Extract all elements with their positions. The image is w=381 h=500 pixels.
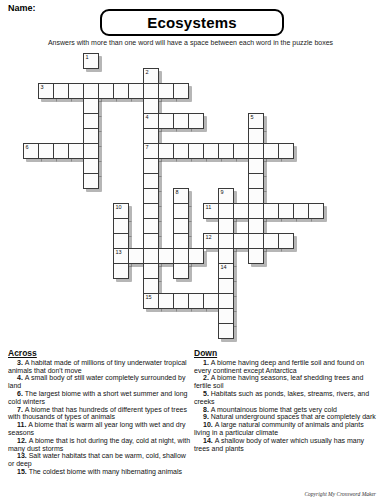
grid-cell[interactable]	[248, 233, 264, 249]
across-heading: Across	[8, 350, 192, 358]
grid-cell[interactable]	[248, 218, 264, 234]
grid-cell[interactable]	[248, 173, 264, 189]
clue-down-1: 1. A biome having deep and fertile soil …	[194, 359, 378, 375]
clue-across-3: 3. A habitat made of millions of tiny un…	[8, 359, 192, 375]
grid-cell[interactable]	[218, 143, 234, 159]
grid-cell[interactable]	[143, 188, 159, 204]
grid-cell[interactable]	[218, 308, 234, 324]
crossword-grid: 123456789101112131415	[23, 53, 325, 340]
grid-cell[interactable]	[158, 248, 174, 264]
grid-cell[interactable]	[278, 203, 294, 219]
grid-cell[interactable]: 8	[173, 188, 189, 204]
grid-cell[interactable]	[218, 218, 234, 234]
grid-cell[interactable]: 10	[113, 203, 129, 219]
grid-cell[interactable]	[203, 143, 219, 159]
grid-cell[interactable]	[218, 233, 234, 249]
grid-cell[interactable]	[173, 218, 189, 234]
grid-cell[interactable]	[173, 248, 189, 264]
grid-cell[interactable]	[248, 248, 264, 264]
grid-cell[interactable]	[128, 83, 144, 99]
grid-cell[interactable]: 7	[143, 143, 159, 159]
down-clues: Down 1. A biome having deep and fertile …	[194, 350, 378, 452]
grid-cell[interactable]	[128, 248, 144, 264]
grid-cell[interactable]	[278, 233, 294, 249]
page-title: Ecosystems	[147, 14, 237, 31]
copyright-text: Copyright My Crossword Maker	[304, 491, 376, 497]
grid-cell[interactable]	[188, 293, 204, 309]
grid-cell[interactable]	[143, 233, 159, 249]
grid-cell[interactable]	[143, 83, 159, 99]
grid-cell[interactable]: 9	[218, 188, 234, 204]
grid-cell[interactable]	[233, 233, 249, 249]
grid-cell[interactable]	[248, 128, 264, 144]
grid-cell[interactable]: 2	[143, 68, 159, 84]
grid-cell[interactable]	[188, 113, 204, 129]
clue-down-9: 9. Natural underground spaces that are c…	[194, 413, 378, 421]
grid-cell[interactable]	[113, 83, 129, 99]
grid-cell[interactable]	[143, 278, 159, 294]
grid-cell[interactable]	[53, 83, 69, 99]
grid-cell[interactable]: 14	[218, 263, 234, 279]
grid-cell[interactable]	[68, 143, 84, 159]
clue-across-15: 15. The coldest biome with many hibernat…	[8, 468, 192, 476]
grid-cell[interactable]: 4	[143, 113, 159, 129]
grid-cell[interactable]	[113, 263, 129, 279]
grid-cell[interactable]	[143, 203, 159, 219]
grid-cell[interactable]	[233, 143, 249, 159]
clue-number: 5	[251, 115, 254, 121]
clue-down-10: 10. A large natural community of animals…	[194, 421, 378, 437]
grid-cell[interactable]	[173, 143, 189, 159]
clue-number: 14	[221, 265, 227, 271]
clue-number: 12	[206, 235, 212, 241]
grid-cell[interactable]	[248, 143, 264, 159]
grid-cell[interactable]	[143, 128, 159, 144]
grid-cell[interactable]	[143, 248, 159, 264]
clue-across-7: 7. A biome that has hundreds of differen…	[8, 406, 192, 422]
grid-cell[interactable]	[218, 203, 234, 219]
grid-cell[interactable]	[158, 113, 174, 129]
grid-cell[interactable]	[53, 143, 69, 159]
clue-number: 7	[146, 145, 149, 151]
clue-number: 4	[146, 115, 149, 121]
grid-cell[interactable]: 1	[83, 53, 99, 69]
clue-number: 6	[26, 145, 29, 151]
grid-cell[interactable]	[113, 233, 129, 249]
grid-cell[interactable]	[83, 113, 99, 129]
clue-down-14: 14. A shallow body of water which usuall…	[194, 437, 378, 453]
grid-cell[interactable]	[218, 248, 234, 264]
grid-cell[interactable]	[263, 233, 279, 249]
grid-cell[interactable]	[173, 113, 189, 129]
grid-cell[interactable]: 11	[203, 203, 219, 219]
clue-across-13: 13. Salt water habitats that can be warm…	[8, 452, 192, 468]
grid-cell[interactable]	[173, 293, 189, 309]
grid-cell[interactable]	[83, 158, 99, 174]
grid-cell[interactable]: 3	[38, 83, 54, 99]
grid-cell[interactable]	[158, 143, 174, 159]
grid-cell[interactable]	[83, 143, 99, 159]
grid-cell[interactable]	[218, 293, 234, 309]
grid-cell[interactable]	[143, 218, 159, 234]
clue-number: 3	[41, 85, 44, 91]
grid-cell[interactable]	[173, 83, 189, 99]
grid-cell[interactable]	[188, 248, 204, 264]
grid-cell[interactable]	[158, 83, 174, 99]
clue-across-6: 6. The largest biome with a short wet su…	[8, 390, 192, 406]
grid-cell[interactable]: 12	[203, 233, 219, 249]
grid-cell[interactable]	[278, 143, 294, 159]
grid-cell[interactable]	[38, 143, 54, 159]
grid-cell[interactable]	[233, 203, 249, 219]
grid-cell[interactable]	[263, 203, 279, 219]
grid-cell[interactable]	[173, 263, 189, 279]
grid-cell[interactable]: 5	[248, 113, 264, 129]
name-label: Name:	[8, 3, 36, 13]
grid-cell[interactable]	[188, 143, 204, 159]
grid-cell[interactable]	[308, 203, 324, 219]
grid-cell[interactable]	[143, 98, 159, 114]
clue-down-5: 5. Habitats such as ponds, lakes, stream…	[194, 390, 378, 406]
grid-cell[interactable]	[173, 233, 189, 249]
grid-cell[interactable]	[218, 278, 234, 294]
clue-number: 10	[116, 205, 122, 211]
grid-cell[interactable]	[173, 203, 189, 219]
grid-cell[interactable]	[83, 128, 99, 144]
grid-cell[interactable]	[248, 188, 264, 204]
grid-cell[interactable]	[83, 98, 99, 114]
grid-cell[interactable]	[248, 203, 264, 219]
grid-cell[interactable]	[83, 83, 99, 99]
grid-cell[interactable]	[248, 158, 264, 174]
clue-number: 13	[116, 250, 122, 256]
instructions-text: Answers with more than one word will hav…	[0, 39, 381, 46]
title-box: Ecosystems	[100, 9, 284, 36]
clue-number: 15	[146, 295, 152, 301]
grid-cell[interactable]: 15	[143, 293, 159, 309]
grid-cell[interactable]	[203, 293, 219, 309]
clue-number: 11	[206, 205, 212, 211]
clue-number: 2	[146, 70, 149, 76]
clue-down-2: 2. A biome having seasons, leaf shedding…	[194, 374, 378, 390]
grid-cell[interactable]	[143, 263, 159, 279]
grid-cell[interactable]	[143, 158, 159, 174]
grid-cell[interactable]	[158, 293, 174, 309]
across-clues: Across 3. A habitat made of millions of …	[8, 350, 192, 476]
grid-cell[interactable]	[113, 218, 129, 234]
grid-cell[interactable]	[218, 323, 234, 339]
clue-number: 1	[86, 55, 89, 61]
grid-cell[interactable]	[68, 83, 84, 99]
down-heading: Down	[194, 350, 378, 358]
grid-cell[interactable]: 13	[113, 248, 129, 264]
clue-number: 9	[221, 190, 224, 196]
clue-across-4: 4. A small body of still water completel…	[8, 374, 192, 390]
grid-cell[interactable]	[98, 83, 114, 99]
clue-down-8: 8. A mountainous biome that gets very co…	[194, 406, 378, 414]
grid-cell[interactable]	[143, 173, 159, 189]
grid-cell[interactable]	[83, 173, 99, 189]
clue-number: 8	[176, 190, 179, 196]
clue-across-11: 11. A biome that is warm all year long w…	[8, 421, 192, 437]
grid-cell[interactable]	[293, 203, 309, 219]
clue-across-12: 12. A biome that is hot during the day, …	[8, 437, 192, 453]
grid-cell[interactable]: 6	[23, 143, 39, 159]
grid-cell[interactable]	[263, 143, 279, 159]
